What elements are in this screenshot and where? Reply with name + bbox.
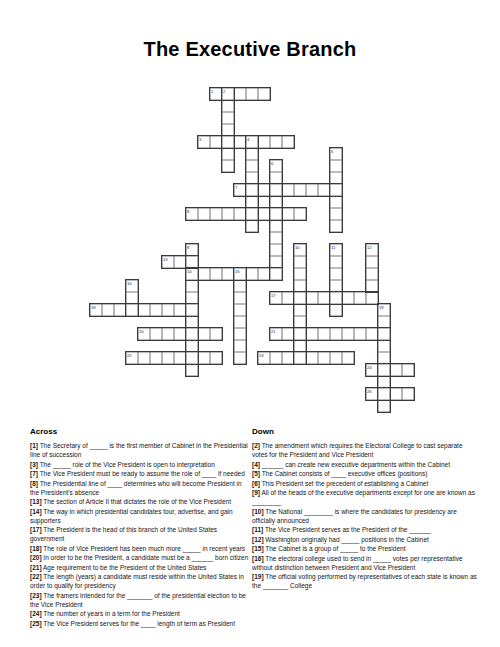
grid-cell-r14c23[interactable] [366,256,378,268]
grid-cell-r18c2[interactable] [114,304,126,316]
grid-cell-r6c13[interactable] [246,160,258,172]
grid-cell-r19c17[interactable] [294,316,306,328]
grid-cell-r22c8[interactable] [186,352,198,364]
grid-cell-r15c20[interactable] [330,268,342,280]
grid-cell-r21c12[interactable] [234,340,246,352]
grid-cell-r7c13[interactable] [246,172,258,184]
grid-cell-r10c20[interactable] [330,208,342,220]
grid-cell-r14c8[interactable] [186,256,198,268]
clue-3-across: [3] The _____ role of the Vice President… [30,460,249,469]
down-heading: Down [252,427,478,436]
grid-cell-r5c11[interactable] [222,148,234,160]
grid-cell-r19c8[interactable] [186,316,198,328]
grid-cell-r25c23[interactable] [366,388,378,400]
clue-21-across: [21] Age requirement to be the President… [30,563,249,572]
grid-cell-r4c14[interactable] [258,136,270,148]
grid-cell-r4c15[interactable] [270,136,282,148]
grid-cell-r19c12[interactable] [234,316,246,328]
grid-cell-r15c10[interactable] [210,268,222,280]
grid-cell-r23c8[interactable] [186,364,198,376]
grid-cell-r6c11[interactable] [222,160,234,172]
grid-cell-r16c20[interactable] [330,280,342,292]
clue-19-down: [19] The official voting performed by re… [252,572,478,590]
grid-cell-r22c6[interactable] [162,352,174,364]
grid-cell-r17c16[interactable] [282,292,294,304]
clue-16-down: [16] The electoral college used to send … [252,554,478,572]
clue-18-across: [18] The role of Vice President has been… [30,544,249,553]
clue-14-across: [14] The way in which presidential candi… [30,507,249,525]
grid-cell-r22c17[interactable] [294,352,306,364]
grid-cell-r20c7[interactable] [174,328,186,340]
grid-cell-r17c20[interactable] [330,292,342,304]
grid-cell-r16c8[interactable] [186,280,198,292]
grid-cell-r22c3[interactable] [126,352,138,364]
grid-cell-r18c17[interactable] [294,304,306,316]
grid-cell-r15c15[interactable] [270,268,282,280]
clue-9-down: [9] All of the heads of the executive de… [252,488,478,506]
grid-cell-r22c18[interactable] [306,352,318,364]
grid-cell-r17c22[interactable] [354,292,366,304]
grid-cell-r5c13[interactable] [246,148,258,160]
grid-cell-r16c23[interactable] [366,280,378,292]
grid-cell-r14c15[interactable] [270,256,282,268]
grid-cell-r4c9[interactable] [198,136,210,148]
grid-cell-r10c10[interactable] [210,208,222,220]
grid-cell-r22c14[interactable] [258,352,270,364]
grid-cell-r23c23[interactable] [366,364,378,376]
grid-cell-r4c10[interactable] [210,136,222,148]
grid-cell-r21c8[interactable] [186,340,198,352]
clue-25-across: [25] The Vice President serves for the _… [30,619,249,628]
grid-cell-r22c10[interactable] [210,352,222,364]
grid-cell-r6c20[interactable] [330,160,342,172]
grid-cell-r8c19[interactable] [318,184,330,196]
grid-cell-r11c20[interactable] [330,220,342,232]
grid-cell-r22c9[interactable] [198,352,210,364]
grid-cell-r8c13[interactable] [246,184,258,196]
grid-cell-r18c0[interactable] [90,304,102,316]
grid-cell-r17c12[interactable] [234,292,246,304]
clue-1-across: [1] The Secretary of _____ is the first … [30,441,249,459]
across-clues-panel: Across [1] The Secretary of _____ is the… [30,427,249,628]
grid-cell-r14c20[interactable] [330,256,342,268]
grid-cell-r1c11[interactable] [222,100,234,112]
grid-cell-r15c14[interactable] [258,268,270,280]
grid-cell-r22c20[interactable] [330,352,342,364]
grid-cell-r13c15[interactable] [270,244,282,256]
clue-22-across: [22] The length (years) a candidate must… [30,572,249,590]
grid-cell-r13c8[interactable] [186,244,198,256]
grid-cell-r10c12[interactable] [234,208,246,220]
grid-cell-r8c15[interactable] [270,184,282,196]
across-heading: Across [30,427,249,436]
grid-cell-r15c8[interactable] [186,268,198,280]
grid-cell-r8c17[interactable] [294,184,306,196]
grid-cell-r16c3[interactable] [126,280,138,292]
grid-cell-r6c15[interactable] [270,160,282,172]
grid-cell-r9c20[interactable] [330,196,342,208]
grid-cell-r17c18[interactable] [306,292,318,304]
grid-cell-r22c4[interactable] [138,352,150,364]
clue-7-across: [7] The Vice President must be ready to … [30,469,249,478]
down-clues-panel: Down [2] The amendment which requires th… [252,427,478,591]
grid-cell-r10c16[interactable] [282,208,294,220]
grid-cell-r16c17[interactable] [294,280,306,292]
grid-cell-r15c9[interactable] [198,268,210,280]
grid-cell-r20c20[interactable] [330,328,342,340]
grid-cell-r22c7[interactable] [174,352,186,364]
clue-2-down: [2] The amendment which requires the Ele… [252,441,478,459]
across-clue-list: [1] The Secretary of _____ is the first … [30,441,249,628]
page-title: The Executive Branch [0,38,500,61]
grid-cell-r17c19[interactable] [318,292,330,304]
grid-cell-r22c21[interactable] [342,352,354,364]
grid-cell-r18c20[interactable] [330,304,342,316]
grid-cell-r9c15[interactable] [270,196,282,208]
grid-cell-r20c18[interactable] [306,328,318,340]
grid-cell-r20c5[interactable] [150,328,162,340]
grid-cell-r17c8[interactable] [186,292,198,304]
grid-cell-r20c16[interactable] [282,328,294,340]
grid-cell-r0c10[interactable] [210,88,222,100]
grid-cell-r9c13[interactable] [246,196,258,208]
grid-cell-r10c11[interactable] [222,208,234,220]
grid-cell-r7c20[interactable] [330,172,342,184]
down-clue-list: [2] The amendment which requires the Ele… [252,441,478,590]
grid-cell-r10c14[interactable] [258,208,270,220]
grid-cell-r13c17[interactable] [294,244,306,256]
grid-cell-r18c1[interactable] [102,304,114,316]
grid-cell-r8c14[interactable] [258,184,270,196]
grid-cell-r18c5[interactable] [150,304,162,316]
clue-15-down: [15] The Cabinet is a group of _____ to … [252,544,478,553]
grid-cell-r11c13[interactable] [246,220,258,232]
clue-8-across: [8] The Presidential line of ____ determ… [30,479,249,497]
grid-cell-r22c12[interactable] [234,352,246,364]
clue-24-across: [24] The number of years in a term for t… [30,609,249,618]
grid-cell-r22c15[interactable] [270,352,282,364]
grid-cell-r20c9[interactable] [198,328,210,340]
clue-17-across: [17] The President is the head of this b… [30,525,249,543]
grid-cell-r18c24[interactable] [378,304,390,316]
grid-cell-r4c13[interactable] [246,136,258,148]
clue-13-across: [13] The section of Article II that dict… [30,497,249,506]
grid-cell-r15c11[interactable] [222,268,234,280]
grid-cell-r18c7[interactable] [174,304,186,316]
grid-cell-r18c8[interactable] [186,304,198,316]
grid-cell-r25c24[interactable] [378,388,390,400]
grid-cell-r17c15[interactable] [270,292,282,304]
grid-cell-r17c23[interactable] [366,292,378,304]
grid-cell-r13c23[interactable] [366,244,378,256]
grid-cell-r15c13[interactable] [246,268,258,280]
grid-cell-r20c21[interactable] [342,328,354,340]
grid-cell-r14c6[interactable] [162,256,174,268]
grid-cell-r25c26[interactable] [402,388,414,400]
crossword-page: { "game": "crossword", "title": "The Exe… [0,0,500,647]
grid-cell-r21c24[interactable] [378,340,390,352]
grid-cell-r8c12[interactable] [234,184,246,196]
grid-cell-r22c5[interactable] [150,352,162,364]
grid-cell-r4c11[interactable] [222,136,234,148]
grid-cell-r0c12[interactable] [234,88,246,100]
grid-cell-r18c3[interactable] [126,304,138,316]
grid-cell-r7c15[interactable] [270,172,282,184]
grid-cell-r18c6[interactable] [162,304,174,316]
grid-cell-r4c12[interactable] [234,136,246,148]
grid-cell-r20c19[interactable] [318,328,330,340]
grid-cell-r15c17[interactable] [294,268,306,280]
clue-23-across: [23] The framers intended for the ______… [30,591,249,609]
grid-cell-r18c12[interactable] [234,304,246,316]
grid-cell-r26c24[interactable] [378,400,390,412]
grid-cell-r20c8[interactable] [186,328,198,340]
grid-cell-r10c13[interactable] [246,208,258,220]
grid-cell-r23c26[interactable] [402,364,414,376]
grid-cell-r17c3[interactable] [126,292,138,304]
grid-cell-r10c17[interactable] [294,208,306,220]
grid-cell-r10c9[interactable] [198,208,210,220]
grid-cell-r12c15[interactable] [270,232,282,244]
grid-cell-r20c10[interactable] [210,328,222,340]
grid-cell-r8c20[interactable] [330,184,342,196]
grid-cell-r15c12[interactable] [234,268,246,280]
grid-cell-r10c15[interactable] [270,208,282,220]
grid-cell-r21c17[interactable] [294,340,306,352]
grid-cell-r18c4[interactable] [138,304,150,316]
grid-cell-r20c24[interactable] [378,328,390,340]
grid-cell-r25c25[interactable] [390,388,402,400]
crossword-grid: 1378131417182021222324252456910111215161… [90,88,416,414]
grid-cell-r4c16[interactable] [282,136,294,148]
grid-cell-r20c4[interactable] [138,328,150,340]
grid-cell-r24c24[interactable] [378,376,390,388]
clue-4-down: [4] ______ can create new executive depa… [252,460,478,469]
clue-5-down: [5] The Cabinet consists of ____ executi… [252,469,478,478]
grid-cell-r0c11[interactable] [222,88,234,100]
grid-cell-r14c7[interactable] [174,256,186,268]
clue-20-across: [20] In order to be the President, a can… [30,553,249,562]
grid-cell-r22c24[interactable] [378,352,390,364]
grid-cell-r8c18[interactable] [306,184,318,196]
grid-cell-r20c17[interactable] [294,328,306,340]
clue-12-down: [12] Washington originally had _____ pos… [252,535,478,544]
grid-cell-r23c24[interactable] [378,364,390,376]
grid-cell-r8c16[interactable] [282,184,294,196]
grid-cell-r20c12[interactable] [234,328,246,340]
clue-10-down: [10] The National ________ is where the … [252,507,478,525]
grid-cell-r20c15[interactable] [270,328,282,340]
grid-cell-r3c11[interactable] [222,124,234,136]
grid-cell-r17c21[interactable] [342,292,354,304]
grid-cell-r22c16[interactable] [282,352,294,364]
grid-cell-r19c24[interactable] [378,316,390,328]
grid-cell-r17c17[interactable] [294,292,306,304]
grid-cell-r20c6[interactable] [162,328,174,340]
clue-11-down: [11] The Vice President serves as the Pr… [252,525,478,534]
grid-cell-r15c23[interactable] [366,268,378,280]
grid-cell-r0c14[interactable] [258,88,270,100]
grid-cell-r11c15[interactable] [270,220,282,232]
grid-cell-r20c23[interactable] [366,328,378,340]
grid-cell-r2c11[interactable] [222,112,234,124]
grid-cell-r23c25[interactable] [390,364,402,376]
grid-cell-r5c20[interactable] [330,148,342,160]
grid-cell-r14c17[interactable] [294,256,306,268]
grid-cell-r13c20[interactable] [330,244,342,256]
grid-cell-r20c22[interactable] [354,328,366,340]
grid-cell-r10c8[interactable] [186,208,198,220]
grid-cell-r16c12[interactable] [234,280,246,292]
grid-cell-r22c19[interactable] [318,352,330,364]
grid-cell-r0c13[interactable] [246,88,258,100]
clue-6-down: [6] This President set the precedent of … [252,479,478,488]
